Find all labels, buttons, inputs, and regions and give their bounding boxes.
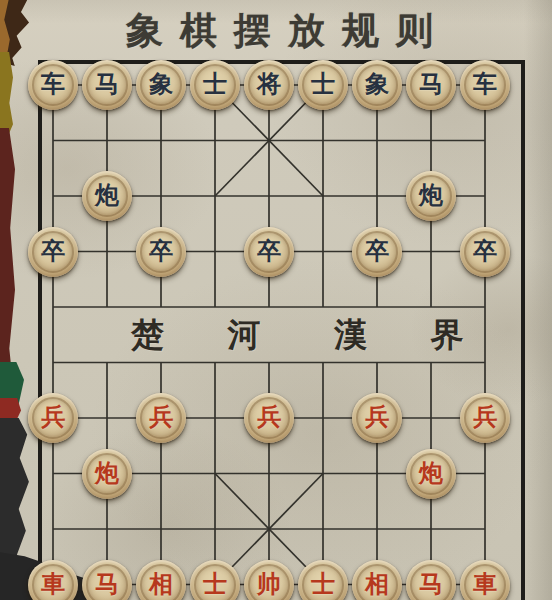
- piece-black-cannon[interactable]: 炮: [406, 171, 456, 221]
- piece-glyph: 士: [311, 72, 335, 96]
- piece-black-horse[interactable]: 马: [406, 60, 456, 110]
- piece-red-soldier[interactable]: 兵: [460, 393, 510, 443]
- piece-black-cannon[interactable]: 炮: [82, 171, 132, 221]
- piece-glyph: 帅: [257, 572, 281, 596]
- piece-glyph: 马: [419, 72, 443, 96]
- piece-glyph: 炮: [419, 183, 443, 207]
- page-title: 象棋摆放规则: [0, 6, 552, 58]
- piece-black-general[interactable]: 将: [244, 60, 294, 110]
- piece-red-soldier[interactable]: 兵: [136, 393, 186, 443]
- piece-glyph: 車: [473, 572, 497, 596]
- piece-glyph: 炮: [95, 461, 119, 485]
- piece-red-soldier[interactable]: 兵: [352, 393, 402, 443]
- piece-glyph: 士: [203, 572, 227, 596]
- piece-glyph: 马: [95, 72, 119, 96]
- piece-glyph: 将: [257, 72, 281, 96]
- river-label-chu-he: 楚 河: [131, 313, 287, 358]
- piece-black-soldier[interactable]: 卒: [28, 227, 78, 277]
- piece-glyph: 卒: [365, 239, 389, 263]
- piece-glyph: 兵: [149, 405, 173, 429]
- piece-glyph: 兵: [41, 405, 65, 429]
- piece-glyph: 卒: [257, 239, 281, 263]
- piece-glyph: 相: [149, 572, 173, 596]
- piece-black-advisor[interactable]: 士: [298, 60, 348, 110]
- piece-glyph: 士: [203, 72, 227, 96]
- piece-glyph: 炮: [95, 183, 119, 207]
- piece-black-elephant[interactable]: 象: [352, 60, 402, 110]
- piece-red-soldier[interactable]: 兵: [28, 393, 78, 443]
- river-label-han-jie: 漢 界: [334, 313, 490, 358]
- piece-red-cannon[interactable]: 炮: [406, 449, 456, 499]
- piece-black-elephant[interactable]: 象: [136, 60, 186, 110]
- piece-black-soldier[interactable]: 卒: [460, 227, 510, 277]
- piece-glyph: 象: [149, 72, 173, 96]
- piece-black-chariot[interactable]: 车: [28, 60, 78, 110]
- piece-black-chariot[interactable]: 车: [460, 60, 510, 110]
- piece-black-soldier[interactable]: 卒: [244, 227, 294, 277]
- piece-glyph: 車: [41, 572, 65, 596]
- piece-black-horse[interactable]: 马: [82, 60, 132, 110]
- piece-glyph: 兵: [257, 405, 281, 429]
- piece-glyph: 车: [473, 72, 497, 96]
- piece-glyph: 马: [95, 572, 119, 596]
- piece-glyph: 象: [365, 72, 389, 96]
- piece-black-soldier[interactable]: 卒: [136, 227, 186, 277]
- piece-glyph: 兵: [365, 405, 389, 429]
- piece-glyph: 士: [311, 572, 335, 596]
- piece-glyph: 马: [419, 572, 443, 596]
- piece-black-soldier[interactable]: 卒: [352, 227, 402, 277]
- piece-glyph: 车: [41, 72, 65, 96]
- piece-glyph: 卒: [41, 239, 65, 263]
- piece-red-cannon[interactable]: 炮: [82, 449, 132, 499]
- piece-glyph: 相: [365, 572, 389, 596]
- piece-red-soldier[interactable]: 兵: [244, 393, 294, 443]
- xiangqi-tutorial-screen: 象棋摆放规则 楚 河 漢 界 车马象士将士象马车炮炮卒卒卒卒卒兵兵兵兵兵炮炮車马…: [0, 0, 552, 600]
- piece-glyph: 兵: [473, 405, 497, 429]
- piece-glyph: 卒: [473, 239, 497, 263]
- piece-glyph: 炮: [419, 461, 443, 485]
- piece-black-advisor[interactable]: 士: [190, 60, 240, 110]
- piece-glyph: 卒: [149, 239, 173, 263]
